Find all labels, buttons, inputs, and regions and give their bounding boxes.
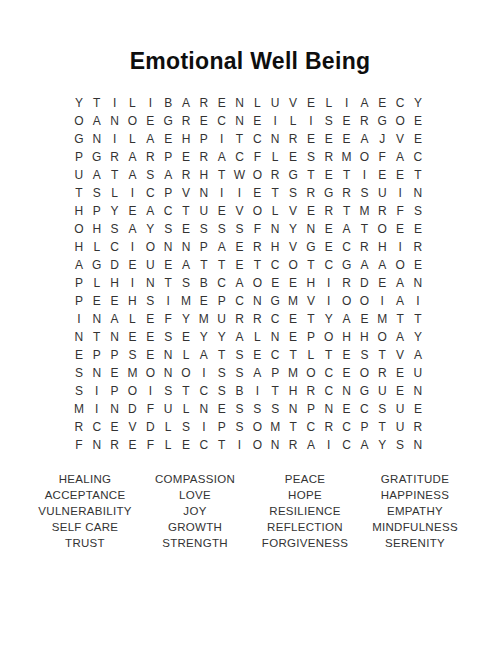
grid-cell-r19c15: R [320,418,338,436]
grid-cell-r13c13: E [284,310,302,328]
grid-cell-r9c2: L [88,238,106,256]
grid-cell-r3c8: P [195,130,213,148]
grid-cell-r16c1: S [70,364,88,382]
grid-cell-r1c5: I [141,94,159,112]
word-list-item: ACCEPTANCE [30,487,140,503]
grid-cell-r7c11: O [248,202,266,220]
grid-cell-r6c20: N [409,184,427,202]
grid-cell-r17c3: P [106,382,124,400]
grid-cell-r3c19: V [391,130,409,148]
grid-cell-r12c7: M [177,292,195,310]
grid-cell-r12c18: I [373,292,391,310]
grid-cell-r14c8: Y [195,328,213,346]
grid-cell-r10c2: G [88,256,106,274]
grid-cell-r10c5: U [141,256,159,274]
grid-cell-r15c3: P [106,346,124,364]
grid-cell-r6c7: V [177,184,195,202]
grid-cell-r3c3: I [106,130,124,148]
grid-cell-r17c13: H [284,382,302,400]
grid-cell-r7c14: E [302,202,320,220]
grid-cell-r9c19: I [391,238,409,256]
grid-cell-r4c10: C [231,148,249,166]
grid-cell-r14c5: E [141,328,159,346]
grid-cell-r12c2: E [88,292,106,310]
grid-cell-r2c8: E [195,112,213,130]
grid-cell-r6c5: C [141,184,159,202]
grid-cell-r8c13: Y [284,220,302,238]
puzzle-title: Emotional Well Being [0,48,500,75]
grid-cell-r14c20: Y [409,328,427,346]
grid-cell-r9c16: C [338,238,356,256]
grid-cell-r11c19: A [391,274,409,292]
grid-cell-r20c7: E [177,436,195,454]
grid-cell-r13c12: C [266,310,284,328]
grid-cell-r14c6: S [159,328,177,346]
grid-cell-r5c8: H [195,166,213,184]
grid-cell-r13c19: T [391,310,409,328]
grid-cell-r10c1: A [70,256,88,274]
grid-cell-r4c17: O [356,148,374,166]
grid-cell-r12c5: S [141,292,159,310]
grid-cell-r15c8: A [195,346,213,364]
grid-cell-r13c7: Y [177,310,195,328]
grid-cell-r9c15: E [320,238,338,256]
grid-cell-r14c9: Y [213,328,231,346]
grid-cell-r14c2: T [88,328,106,346]
grid-cell-r3c13: R [284,130,302,148]
grid-cell-r14c18: O [373,328,391,346]
grid-cell-r16c5: O [141,364,159,382]
grid-cell-r7c4: E [124,202,142,220]
grid-cell-r11c1: P [70,274,88,292]
grid-cell-r16c9: S [213,364,231,382]
grid-cell-r20c20: N [409,436,427,454]
grid-cell-r16c10: S [231,364,249,382]
grid-cell-r3c15: E [320,130,338,148]
grid-cell-r2c17: R [356,112,374,130]
grid-cell-r18c3: N [106,400,124,418]
grid-cell-r16c14: O [302,364,320,382]
grid-cell-r1c20: Y [409,94,427,112]
grid-cell-r9c4: I [124,238,142,256]
grid-cell-r4c3: R [106,148,124,166]
word-list-column-3: PEACEHOPERESILIENCEREFLECTIONFORGIVENESS [250,471,360,551]
grid-cell-r6c17: S [356,184,374,202]
grid-cell-r16c3: E [106,364,124,382]
grid-cell-r1c9: E [213,94,231,112]
grid-cell-r5c6: A [159,166,177,184]
grid-cell-r15c1: E [70,346,88,364]
grid-cell-r1c18: E [373,94,391,112]
grid-cell-r12c1: P [70,292,88,310]
grid-cell-r2c20: E [409,112,427,130]
grid-cell-r13c2: N [88,310,106,328]
grid-cell-r9c17: R [356,238,374,256]
grid-cell-r17c15: C [320,382,338,400]
word-list-item: SERENITY [360,535,470,551]
grid-cell-r5c20: T [409,166,427,184]
grid-cell-r11c5: N [141,274,159,292]
grid-cell-r12c3: E [106,292,124,310]
grid-cell-r20c12: N [266,436,284,454]
grid-cell-r5c17: I [356,166,374,184]
grid-cell-r7c1: H [70,202,88,220]
grid-cell-r7c5: A [141,202,159,220]
grid-cell-r4c20: C [409,148,427,166]
grid-cell-r11c4: I [124,274,142,292]
grid-cell-r3c4: L [124,130,142,148]
grid-cell-r3c7: H [177,130,195,148]
grid-cell-r11c10: A [231,274,249,292]
grid-cell-r5c18: E [373,166,391,184]
grid-cell-r3c2: N [88,130,106,148]
grid-cell-r11c13: E [284,274,302,292]
grid-cell-r13c4: L [124,310,142,328]
grid-cell-r15c14: L [302,346,320,364]
grid-cell-r3c6: E [159,130,177,148]
grid-cell-r7c13: V [284,202,302,220]
grid-cell-r17c9: S [213,382,231,400]
grid-cell-r6c19: I [391,184,409,202]
grid-cell-r20c13: R [284,436,302,454]
grid-cell-r13c20: T [409,310,427,328]
grid-cell-r20c10: I [231,436,249,454]
grid-cell-r20c4: E [124,436,142,454]
grid-cell-r12c9: P [213,292,231,310]
grid-cell-r20c17: A [356,436,374,454]
word-list-item: PEACE [250,471,360,487]
grid-cell-r19c4: V [124,418,142,436]
grid-cell-r9c6: N [159,238,177,256]
grid-cell-r11c6: T [159,274,177,292]
grid-cell-r14c19: A [391,328,409,346]
grid-cell-r18c15: N [320,400,338,418]
grid-cell-r9c13: V [284,238,302,256]
grid-cell-r12c13: M [284,292,302,310]
grid-cell-r17c14: R [302,382,320,400]
grid-cell-r16c8: I [195,364,213,382]
word-list-item: REFLECTION [250,519,360,535]
grid-cell-r4c9: A [213,148,231,166]
grid-cell-r1c11: L [248,94,266,112]
grid-cell-r5c4: A [124,166,142,184]
grid-cell-r3c11: C [248,130,266,148]
grid-cell-r15c16: E [338,346,356,364]
grid-cell-r8c14: N [302,220,320,238]
grid-cell-r15c15: T [320,346,338,364]
grid-cell-r6c9: I [213,184,231,202]
grid-cell-r7c20: S [409,202,427,220]
grid-cell-r18c18: S [373,400,391,418]
word-list-item: LOVE [140,487,250,503]
grid-cell-r8c7: E [177,220,195,238]
grid-cell-r5c15: E [320,166,338,184]
word-list: HEALINGACCEPTANCEVULNERABILITYSELF CARET… [30,471,470,551]
grid-cell-r17c10: B [231,382,249,400]
grid-cell-r2c7: R [177,112,195,130]
grid-cell-r19c18: T [373,418,391,436]
grid-cell-r17c11: I [248,382,266,400]
grid-cell-r10c4: E [124,256,142,274]
grid-cell-r18c6: U [159,400,177,418]
grid-cell-r20c18: Y [373,436,391,454]
grid-cell-r15c5: E [141,346,159,364]
grid-cell-r19c12: M [266,418,284,436]
grid-cell-r14c1: N [70,328,88,346]
grid-cell-r4c18: F [373,148,391,166]
grid-cell-r8c8: S [195,220,213,238]
grid-cell-r13c11: R [248,310,266,328]
grid-cell-r2c11: E [248,112,266,130]
grid-cell-r16c7: O [177,364,195,382]
grid-cell-r9c20: R [409,238,427,256]
grid-cell-r6c1: T [70,184,88,202]
grid-cell-r17c8: C [195,382,213,400]
grid-cell-r12c17: O [356,292,374,310]
grid-cell-r20c6: L [159,436,177,454]
grid-cell-r13c1: I [70,310,88,328]
grid-cell-r9c12: H [266,238,284,256]
grid-cell-r15c10: S [231,346,249,364]
grid-cell-r5c11: O [248,166,266,184]
grid-cell-r15c20: A [409,346,427,364]
grid-cell-r7c2: P [88,202,106,220]
grid-cell-r8c5: Y [141,220,159,238]
grid-cell-r11c3: H [106,274,124,292]
grid-cell-r17c17: G [356,382,374,400]
grid-cell-r11c7: S [177,274,195,292]
grid-cell-r11c15: I [320,274,338,292]
grid-cell-r14c12: N [266,328,284,346]
grid-cell-r10c3: D [106,256,124,274]
grid-cell-r4c13: E [284,148,302,166]
grid-cell-r18c13: N [284,400,302,418]
grid-cell-r10c11: T [248,256,266,274]
grid-cell-r16c12: P [266,364,284,382]
grid-cell-r14c17: H [356,328,374,346]
grid-cell-r5c3: T [106,166,124,184]
grid-cell-r10c15: C [320,256,338,274]
grid-cell-r9c3: C [106,238,124,256]
grid-cell-r4c7: E [177,148,195,166]
grid-cell-r18c20: E [409,400,427,418]
grid-cell-r1c6: B [159,94,177,112]
grid-cell-r4c2: G [88,148,106,166]
grid-cell-r12c15: I [320,292,338,310]
grid-cell-r11c14: H [302,274,320,292]
word-list-item: TRUST [30,535,140,551]
grid-cell-r7c18: R [373,202,391,220]
word-list-item: STRENGTH [140,535,250,551]
word-list-item: SELF CARE [30,519,140,535]
grid-cell-r17c7: T [177,382,195,400]
grid-cell-r12c10: C [231,292,249,310]
grid-cell-r19c6: L [159,418,177,436]
grid-cell-r20c9: T [213,436,231,454]
grid-cell-r18c10: S [231,400,249,418]
grid-cell-r19c11: O [248,418,266,436]
grid-cell-r19c16: C [338,418,356,436]
grid-cell-r15c2: P [88,346,106,364]
grid-cell-r9c10: E [231,238,249,256]
grid-cell-r10c16: G [338,256,356,274]
grid-cell-r5c5: S [141,166,159,184]
grid-cell-r1c1: Y [70,94,88,112]
grid-cell-r16c11: A [248,364,266,382]
grid-cell-r1c17: A [356,94,374,112]
grid-cell-r2c9: C [213,112,231,130]
grid-cell-r15c17: S [356,346,374,364]
grid-cell-r8c15: E [320,220,338,238]
grid-cell-r10c18: A [373,256,391,274]
word-list-item: JOY [140,503,250,519]
grid-cell-r11c18: E [373,274,391,292]
grid-cell-r8c2: H [88,220,106,238]
grid-cell-r9c7: N [177,238,195,256]
grid-cell-r2c14: I [302,112,320,130]
grid-cell-r18c14: P [302,400,320,418]
word-list-item: FORGIVENESS [250,535,360,551]
grid-cell-r2c16: E [338,112,356,130]
grid-cell-r1c4: L [124,94,142,112]
grid-cell-r2c6: G [159,112,177,130]
grid-cell-r9c1: H [70,238,88,256]
grid-cell-r10c14: T [302,256,320,274]
grid-cell-r17c4: O [124,382,142,400]
grid-cell-r16c19: E [391,364,409,382]
grid-cell-r15c18: T [373,346,391,364]
grid-cell-r11c20: N [409,274,427,292]
grid-cell-r1c16: I [338,94,356,112]
grid-cell-r17c16: N [338,382,356,400]
word-list-item: GROWTH [140,519,250,535]
grid-cell-r19c13: T [284,418,302,436]
grid-cell-r15c19: V [391,346,409,364]
grid-cell-r5c7: R [177,166,195,184]
grid-cell-r17c18: U [373,382,391,400]
grid-cell-r11c9: C [213,274,231,292]
grid-cell-r6c15: G [320,184,338,202]
grid-cell-r14c11: L [248,328,266,346]
grid-cell-r15c4: S [124,346,142,364]
grid-cell-r17c20: N [409,382,427,400]
grid-cell-r10c8: T [195,256,213,274]
grid-cell-r2c5: E [141,112,159,130]
grid-cell-r3c16: E [338,130,356,148]
grid-cell-r2c4: O [124,112,142,130]
grid-cell-r8c20: E [409,220,427,238]
grid-cell-r13c16: A [338,310,356,328]
grid-cell-r10c13: O [284,256,302,274]
grid-cell-r13c5: E [141,310,159,328]
grid-cell-r9c14: G [302,238,320,256]
grid-cell-r13c17: E [356,310,374,328]
grid-cell-r11c2: L [88,274,106,292]
grid-cell-r1c7: A [177,94,195,112]
grid-cell-r6c8: N [195,184,213,202]
grid-cell-r20c15: I [320,436,338,454]
word-list-column-2: COMPASSIONLOVEJOYGROWTHSTRENGTH [140,471,250,551]
grid-cell-r6c6: P [159,184,177,202]
grid-cell-r18c8: N [195,400,213,418]
grid-cell-r6c3: L [106,184,124,202]
grid-cell-r4c1: P [70,148,88,166]
word-list-column-4: GRATITUDEHAPPINESSEMPATHYMINDFULNESSSERE… [360,471,470,551]
grid-cell-r8c18: O [373,220,391,238]
grid-cell-r17c1: S [70,382,88,400]
grid-cell-r16c13: M [284,364,302,382]
grid-cell-r15c7: L [177,346,195,364]
grid-cell-r8c19: E [391,220,409,238]
grid-cell-r15c13: T [284,346,302,364]
grid-cell-r7c15: R [320,202,338,220]
grid-cell-r6c18: U [373,184,391,202]
grid-cell-r2c2: A [88,112,106,130]
grid-cell-r1c14: E [302,94,320,112]
grid-cell-r12c11: N [248,292,266,310]
grid-cell-r7c10: V [231,202,249,220]
grid-cell-r14c14: P [302,328,320,346]
word-list-item: HAPPINESS [360,487,470,503]
grid-cell-r1c3: I [106,94,124,112]
grid-cell-r5c16: T [338,166,356,184]
grid-cell-r1c15: L [320,94,338,112]
grid-cell-r19c14: C [302,418,320,436]
grid-cell-r19c5: D [141,418,159,436]
grid-cell-r18c5: F [141,400,159,418]
grid-cell-r17c6: S [159,382,177,400]
grid-cell-r15c12: C [266,346,284,364]
grid-cell-r7c17: M [356,202,374,220]
grid-cell-r7c19: F [391,202,409,220]
grid-cell-r1c12: U [266,94,284,112]
grid-cell-r5c19: E [391,166,409,184]
word-list-item: RESILIENCE [250,503,360,519]
grid-cell-r19c10: S [231,418,249,436]
grid-cell-r7c12: L [266,202,284,220]
grid-cell-r2c19: O [391,112,409,130]
grid-cell-r5c2: A [88,166,106,184]
word-list-column-1: HEALINGACCEPTANCEVULNERABILITYSELF CARET… [30,471,140,551]
grid-cell-r8c17: T [356,220,374,238]
grid-cell-r18c12: S [266,400,284,418]
grid-cell-r12c8: E [195,292,213,310]
grid-cell-r8c3: S [106,220,124,238]
grid-cell-r18c2: I [88,400,106,418]
grid-cell-r8c11: F [248,220,266,238]
word-list-item: MINDFULNESS [360,519,470,535]
grid-cell-r13c18: M [373,310,391,328]
grid-cell-r3c1: G [70,130,88,148]
grid-cell-r3c12: N [266,130,284,148]
grid-cell-r12c12: G [266,292,284,310]
grid-cell-r10c9: T [213,256,231,274]
grid-cell-r18c7: L [177,400,195,418]
grid-cell-r6c4: I [124,184,142,202]
grid-cell-r4c16: M [338,148,356,166]
grid-cell-r14c4: E [124,328,142,346]
grid-cell-r9c18: H [373,238,391,256]
grid-cell-r7c8: U [195,202,213,220]
grid-cell-r9c9: A [213,238,231,256]
grid-cell-r20c11: O [248,436,266,454]
grid-cell-r14c13: E [284,328,302,346]
grid-cell-r20c19: S [391,436,409,454]
grid-cell-r12c4: H [124,292,142,310]
grid-cell-r8c6: S [159,220,177,238]
grid-cell-r16c18: R [373,364,391,382]
grid-cell-r4c8: R [195,148,213,166]
